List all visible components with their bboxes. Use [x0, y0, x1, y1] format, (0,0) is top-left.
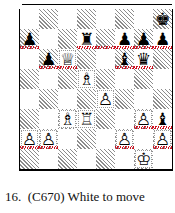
square-g3: ♙ [134, 109, 153, 129]
piece-wP-b2: ♙ [39, 129, 58, 149]
square-b4 [39, 89, 58, 109]
square-d8 [77, 9, 96, 29]
piece-wP-h2: ♙ [153, 129, 172, 149]
square-a8 [20, 9, 39, 29]
square-a2: ♙ [20, 129, 39, 149]
square-d2 [77, 129, 96, 149]
square-d6 [77, 49, 96, 69]
square-b3 [39, 109, 58, 129]
square-a6 [20, 49, 39, 69]
square-b5 [39, 69, 58, 89]
piece-wP-g3: ♙ [134, 109, 153, 129]
piece-wQ-c6: ♕ [58, 49, 77, 69]
square-d5: ♗ [77, 69, 96, 89]
diagram-caption: 16. (C670) White to move [5, 189, 145, 205]
square-g5 [134, 69, 153, 89]
square-c2 [58, 129, 77, 149]
piece-wP-f2: ♙ [115, 129, 134, 149]
square-h8: ♚ [153, 9, 172, 29]
square-b1 [39, 149, 58, 169]
piece-wK-g1: ♔ [134, 149, 153, 169]
square-c8 [58, 9, 77, 29]
square-h2: ♙ [153, 129, 172, 149]
square-a4 [20, 89, 39, 109]
square-d3: ♖ [77, 109, 96, 129]
square-h5 [153, 69, 172, 89]
square-h1 [153, 149, 172, 169]
piece-bK-h8: ♚ [153, 9, 172, 29]
square-h6 [153, 49, 172, 69]
square-a3 [20, 109, 39, 129]
square-b2: ♙ [39, 129, 58, 149]
square-f4 [115, 89, 134, 109]
square-f8 [115, 9, 134, 29]
square-g6: ♛ [134, 49, 153, 69]
square-g1: ♔ [134, 149, 153, 169]
piece-bQ-g6: ♛ [134, 49, 153, 69]
square-f5 [115, 69, 134, 89]
square-e5 [96, 69, 115, 89]
piece-wP-a2: ♙ [20, 129, 39, 149]
piece-wB-c3: ♗ [58, 109, 77, 129]
square-a1 [20, 149, 39, 169]
square-c6: ♕ [58, 49, 77, 69]
square-c1 [58, 149, 77, 169]
square-a5 [20, 69, 39, 89]
square-c4 [58, 89, 77, 109]
square-e3 [96, 109, 115, 129]
square-f7: ♟ [115, 29, 134, 49]
square-e6 [96, 49, 115, 69]
piece-bB-h3: ♝ [153, 109, 172, 129]
square-g2 [134, 129, 153, 149]
square-c5 [58, 69, 77, 89]
piece-bP-a7: ♟ [20, 29, 39, 49]
square-b7 [39, 29, 58, 49]
square-d4 [77, 89, 96, 109]
square-g4 [134, 89, 153, 109]
square-g7: ♟ [134, 29, 153, 49]
square-e8 [96, 9, 115, 29]
piece-wB-d5: ♗ [77, 69, 96, 89]
piece-wP-e4: ♙ [96, 89, 115, 109]
square-e7 [96, 29, 115, 49]
square-f1 [115, 149, 134, 169]
square-f6: ♝ [115, 49, 134, 69]
square-f3 [115, 109, 134, 129]
piece-bB-f6: ♝ [115, 49, 134, 69]
piece-bP-b6: ♟ [39, 49, 58, 69]
piece-bR-d7: ♜ [77, 29, 96, 49]
square-e1 [96, 149, 115, 169]
square-b6: ♟ [39, 49, 58, 69]
piece-bP-g7: ♟ [134, 29, 153, 49]
square-d1 [77, 149, 96, 169]
square-e2 [96, 129, 115, 149]
square-b8 [39, 9, 58, 29]
square-h4 [153, 89, 172, 109]
square-a7: ♟ [20, 29, 39, 49]
square-d7: ♜ [77, 29, 96, 49]
square-c7 [58, 29, 77, 49]
square-h3: ♝ [153, 109, 172, 129]
piece-bP-h7: ♟ [153, 29, 172, 49]
square-f2: ♙ [115, 129, 134, 149]
square-h7: ♟ [153, 29, 172, 49]
square-c3: ♗ [58, 109, 77, 129]
square-g8 [134, 9, 153, 29]
document-page: ♚♟♜♟♟♟♟♕♝♛♗♙♗♖♙♝♙♙♙♙♔ 16. (C670) White t… [0, 0, 175, 213]
chess-board: ♚♟♜♟♟♟♟♕♝♛♗♙♗♖♙♝♙♙♙♙♔ [19, 9, 173, 171]
board-top-border [22, 4, 172, 5]
piece-bP-f7: ♟ [115, 29, 134, 49]
square-e4: ♙ [96, 89, 115, 109]
piece-wR-d3: ♖ [77, 109, 96, 129]
